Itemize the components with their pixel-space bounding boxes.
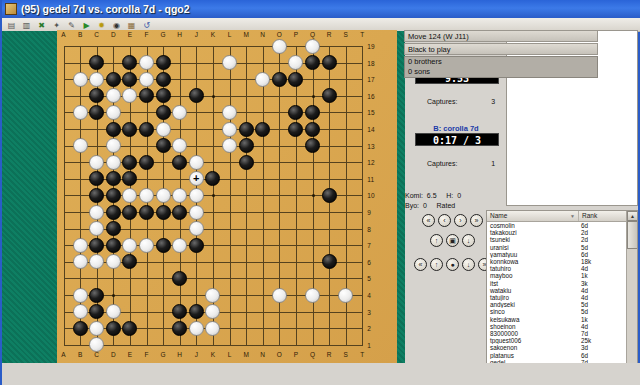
black-stone [122, 171, 137, 186]
white-stone [338, 288, 353, 303]
nav-row-3: «↑●↓» [414, 258, 491, 271]
white-stone [139, 55, 154, 70]
nav-button-row3-1[interactable]: ↑ [430, 258, 443, 271]
player-name: takakouzi [487, 229, 578, 236]
board-coordinate: Q [307, 31, 319, 38]
player-rank: 6d [578, 352, 627, 359]
white-stone [73, 254, 88, 269]
black-stone [106, 221, 121, 236]
board-coordinate: R [323, 31, 335, 38]
black-stone [106, 171, 121, 186]
white-stone [106, 304, 121, 319]
black-stone [89, 55, 104, 70]
player-rank: 18k [578, 258, 627, 265]
black-stone [156, 72, 171, 87]
white-stone [139, 238, 154, 253]
board-coordinate: P [290, 351, 302, 358]
column-name[interactable]: Name ▼ [487, 211, 579, 221]
grid-line [64, 278, 364, 279]
hoshi-point [312, 95, 315, 98]
black-stone [156, 238, 171, 253]
black-stone [122, 55, 137, 70]
white-stone [189, 205, 204, 220]
board-coordinate: O [273, 351, 285, 358]
player-row[interactable]: platanus6d [487, 352, 627, 359]
player-rank: 5d [578, 301, 627, 308]
black-stone [106, 72, 121, 87]
hoshi-point [212, 194, 215, 197]
board-coordinate: H [174, 31, 186, 38]
black-stone [189, 304, 204, 319]
white-stone [73, 72, 88, 87]
board-coordinate: 3 [367, 309, 379, 316]
player-row[interactable]: keisukawa1k [487, 316, 627, 323]
white-stone [222, 105, 237, 120]
black-stone [305, 122, 320, 137]
player-rank: 1k [578, 316, 627, 323]
variation-info: 0 brothers 0 sons [404, 56, 598, 78]
board-coordinate: G [157, 31, 169, 38]
black-stone [305, 105, 320, 120]
player-rank: 5d [578, 308, 627, 315]
scroll-up-icon[interactable]: ▲ [627, 211, 638, 221]
white-stone [156, 122, 171, 137]
player-name: andyseki [487, 301, 578, 308]
observe-icon[interactable]: ◉ [110, 19, 123, 30]
board-coordinate: Q [307, 351, 319, 358]
status-bar: 124 [2, 363, 640, 385]
white-stone [222, 122, 237, 137]
black-stone [139, 155, 154, 170]
board-coordinate: 1 [367, 342, 379, 349]
white-stone [89, 72, 104, 87]
black-stone [322, 254, 337, 269]
grid-line [263, 46, 264, 346]
player-row[interactable]: sinco5d [487, 308, 627, 315]
black-stone [305, 138, 320, 153]
player-row[interactable]: takakouzi2d [487, 229, 627, 236]
player-name: tsuneki [487, 236, 578, 243]
annotate-icon[interactable]: ✎ [65, 19, 78, 30]
black-stone [73, 321, 88, 336]
white-stone [139, 188, 154, 203]
player-row[interactable]: andyseki5d [487, 301, 627, 308]
black-stone [156, 55, 171, 70]
player-name: yamatyuu [487, 251, 578, 258]
go-board[interactable]: AABBCCDDEEFFGGHHJJKKLLMMNNOOPPQQRRSSTT19… [57, 30, 397, 363]
player-list-scrollbar[interactable]: ▲ ▼ [626, 211, 637, 374]
player-name: uranisi [487, 244, 578, 251]
black-stone [239, 155, 254, 170]
black-stone [255, 122, 270, 137]
board-coordinate: 18 [367, 60, 379, 67]
save-as-icon[interactable]: ▥ [20, 19, 33, 30]
player-name: sinco [487, 308, 578, 315]
hoshi-point [112, 294, 115, 297]
white-stone [106, 138, 121, 153]
player-rank: 5d [578, 244, 627, 251]
board-coordinate: 13 [367, 143, 379, 150]
black-stone [239, 122, 254, 137]
move-info: Move 124 (W J11) [404, 30, 598, 42]
black-stone [322, 188, 337, 203]
player-rank: 1k [578, 272, 627, 279]
black-stone [122, 122, 137, 137]
black-stone [89, 288, 104, 303]
player-row[interactable]: tatuhiro4d [487, 265, 627, 272]
white-stone [205, 304, 220, 319]
black-stone [288, 122, 303, 137]
black-stone [139, 205, 154, 220]
komi-line: Komi: 6.5 H: 0 [405, 192, 461, 199]
player-list: Name ▼ Rank ▲ ▼ cosmolin6dtakakouzi2dtsu… [486, 210, 638, 375]
player-name: tpguest006 [487, 337, 578, 344]
board-coordinate: P [290, 31, 302, 38]
white-stone [189, 155, 204, 170]
board-coordinate: 19 [367, 43, 379, 50]
board-coordinate: O [273, 31, 285, 38]
board-coordinate: 9 [367, 209, 379, 216]
board-coordinate: S [340, 351, 352, 358]
nav-button-row3-0[interactable]: « [414, 258, 427, 271]
board-coordinate: 4 [367, 292, 379, 299]
board-coordinate: N [257, 31, 269, 38]
white-stone [305, 288, 320, 303]
board-coordinate: T [356, 31, 368, 38]
black-stone [172, 205, 187, 220]
player-name: itst [487, 280, 578, 287]
white-stone [172, 238, 187, 253]
player-row[interactable]: tpguest00625k [487, 337, 627, 344]
white-stone [89, 155, 104, 170]
player-row[interactable]: konnkowa18k [487, 258, 627, 265]
window-title: (95) gedel 7d vs. corolla 7d - qgo2 [21, 3, 190, 15]
turn-info: Black to play [404, 43, 598, 55]
byo-line: Byo: 0 Rated [405, 202, 455, 209]
player-name: keisukawa [487, 316, 578, 323]
player-rank: 7d [578, 330, 627, 337]
white-stone [139, 72, 154, 87]
black-stone [89, 88, 104, 103]
brothers-label: 0 brothers [408, 57, 597, 67]
black-stone [106, 238, 121, 253]
sons-label: 0 sons [408, 67, 597, 77]
grid-line [296, 46, 297, 346]
black-stone [322, 88, 337, 103]
board-coordinate: 6 [367, 259, 379, 266]
board-coordinate: D [107, 351, 119, 358]
white-stone [189, 188, 204, 203]
board-coordinate: 7 [367, 242, 379, 249]
player-rank: 4d [578, 294, 627, 301]
white-stone [122, 88, 137, 103]
player-rank: 6d [578, 251, 627, 258]
board-coordinate: 12 [367, 159, 379, 166]
black-stone [156, 138, 171, 153]
save-icon[interactable]: ▤ [5, 19, 18, 30]
board-coordinate: C [91, 31, 103, 38]
white-stone [106, 155, 121, 170]
board-coordinate: G [157, 351, 169, 358]
black-stone [122, 254, 137, 269]
white-captures: Captures:3 [427, 98, 495, 105]
black-stone [156, 88, 171, 103]
black-stone [189, 238, 204, 253]
black-stone [89, 238, 104, 253]
white-stone [106, 254, 121, 269]
board-coordinate: N [257, 351, 269, 358]
white-stone [73, 288, 88, 303]
grid-line [230, 46, 231, 346]
board-coordinate: 11 [367, 176, 379, 183]
edit-icon[interactable]: ✦ [50, 19, 63, 30]
white-stone [205, 288, 220, 303]
nav-row-2: ↑▣↓ [430, 234, 475, 247]
player-row[interactable]: yamatyuu6d [487, 251, 627, 258]
white-stone [172, 105, 187, 120]
player-rank: 6d [578, 222, 627, 229]
player-rank: 25k [578, 337, 627, 344]
board-coordinate: 15 [367, 109, 379, 116]
board-coordinate: K [207, 31, 219, 38]
board-coordinate: H [174, 351, 186, 358]
white-stone [73, 238, 88, 253]
board-coordinate: R [323, 351, 335, 358]
white-stone [222, 55, 237, 70]
white-stone [73, 105, 88, 120]
refresh-icon[interactable]: ↺ [140, 19, 153, 30]
white-stone [89, 321, 104, 336]
board-coordinate: E [124, 351, 136, 358]
app-icon [5, 3, 17, 15]
black-stone [156, 105, 171, 120]
title-bar[interactable]: (95) gedel 7d vs. corolla 7d - qgo2 [2, 0, 640, 18]
board-coordinate: 17 [367, 76, 379, 83]
player-name: tatuhiro [487, 265, 578, 272]
nav-button-row2-0[interactable]: ↑ [430, 234, 443, 247]
board-coordinate: A [58, 351, 70, 358]
black-stone [172, 271, 187, 286]
white-stone [122, 238, 137, 253]
nav-button-row1-3[interactable]: » [470, 214, 483, 227]
scroll-thumb[interactable] [627, 221, 638, 249]
board-coordinate: 16 [367, 93, 379, 100]
white-stone [156, 188, 171, 203]
black-stone [172, 304, 187, 319]
black-stone [172, 321, 187, 336]
player-rank: 2d [578, 236, 627, 243]
board-coordinate: J [190, 31, 202, 38]
column-rank[interactable]: Rank [579, 211, 627, 221]
board-coordinate: L [224, 351, 236, 358]
board-coordinate: 10 [367, 192, 379, 199]
player-row[interactable]: uranisi5d [487, 244, 627, 251]
board-coordinate: 2 [367, 325, 379, 332]
last-move-marker: + [189, 171, 204, 186]
player-row[interactable]: tatujiro4d [487, 294, 627, 301]
nav-button-row1-2[interactable]: › [454, 214, 467, 227]
white-stone [288, 55, 303, 70]
black-stone [122, 72, 137, 87]
black-stone [122, 155, 137, 170]
board-coordinate: L [224, 31, 236, 38]
grid-line [362, 46, 363, 346]
board-coordinate: F [141, 31, 153, 38]
hint-icon[interactable]: ✹ [95, 19, 108, 30]
black-stone [272, 72, 287, 87]
black-stone [156, 205, 171, 220]
black-stone [89, 105, 104, 120]
player-row[interactable]: watakiu4d [487, 287, 627, 294]
white-stone [106, 88, 121, 103]
white-stone [205, 321, 220, 336]
black-clock: 0:17 / 3 [415, 133, 499, 146]
white-stone [73, 138, 88, 153]
player-name: cosmolin [487, 222, 578, 229]
black-stone [106, 321, 121, 336]
play-icon[interactable]: ▶ [80, 19, 93, 30]
black-stone [89, 188, 104, 203]
nav-row-1: «‹›» [422, 214, 483, 227]
black-stone [106, 122, 121, 137]
black-stone [288, 105, 303, 120]
board-coordinate: F [141, 351, 153, 358]
black-stone [322, 55, 337, 70]
board-coordinate: B [74, 351, 86, 358]
player-name: 83000000 [487, 330, 578, 337]
nav-button-row2-2[interactable]: ↓ [462, 234, 475, 247]
board-coordinate: A [58, 31, 70, 38]
black-stone [205, 171, 220, 186]
close-game-icon[interactable]: ✖ [35, 19, 48, 30]
player-rank: 3k [578, 280, 627, 287]
black-stone [139, 122, 154, 137]
board-coordinate: 14 [367, 126, 379, 133]
white-stone [89, 205, 104, 220]
board-coordinate: 8 [367, 226, 379, 233]
nav-button-row1-0[interactable]: « [422, 214, 435, 227]
player-name: platanus [487, 352, 578, 359]
player-rank: 2d [578, 229, 627, 236]
black-stone [239, 138, 254, 153]
white-stone [189, 321, 204, 336]
board-coordinate: M [240, 351, 252, 358]
black-stone [288, 72, 303, 87]
player-name: mayboo [487, 272, 578, 279]
sort-arrow-icon: ▼ [570, 211, 575, 221]
white-stone [255, 72, 270, 87]
grid-line [64, 345, 364, 346]
white-stone [73, 304, 88, 319]
black-captures: Captures:1 [427, 160, 495, 167]
board-coordinate: J [190, 351, 202, 358]
board-coordinate: E [124, 31, 136, 38]
hoshi-point [212, 95, 215, 98]
board-coordinate: M [240, 31, 252, 38]
white-stone [272, 288, 287, 303]
black-stone [122, 321, 137, 336]
board-coordinate: T [356, 351, 368, 358]
nav-button-row2-1[interactable]: ▣ [446, 234, 459, 247]
player-row[interactable]: cosmolin6d [487, 222, 627, 229]
white-stone [172, 188, 187, 203]
white-stone [89, 221, 104, 236]
player-name: konnkowa [487, 258, 578, 265]
player-rank: 4d [578, 265, 627, 272]
black-stone [89, 171, 104, 186]
white-stone [106, 105, 121, 120]
white-stone [272, 39, 287, 54]
player-row[interactable]: 830000007d [487, 330, 627, 337]
nav-button-row3-3[interactable]: ↓ [462, 258, 475, 271]
white-stone [222, 138, 237, 153]
black-stone [172, 155, 187, 170]
player-name: tatujiro [487, 294, 578, 301]
board-coordinate: D [107, 31, 119, 38]
white-stone [89, 254, 104, 269]
white-stone [172, 138, 187, 153]
player-row[interactable]: mayboo1k [487, 272, 627, 279]
player-row[interactable]: tsuneki2d [487, 236, 627, 243]
black-stone [122, 205, 137, 220]
player-list-header[interactable]: Name ▼ Rank [487, 211, 627, 222]
player-name: sakoenon [487, 344, 578, 351]
black-stone [106, 188, 121, 203]
player-rank: 4d [578, 287, 627, 294]
player-row[interactable]: shoeinon4d [487, 323, 627, 330]
grid-line [246, 46, 247, 346]
black-stone [106, 205, 121, 220]
nav-button-row3-2[interactable]: ● [446, 258, 459, 271]
pattern-icon[interactable]: ▦ [125, 19, 138, 30]
player-rank: 3d [578, 344, 627, 351]
black-player-label: B: corolla 7d [410, 124, 502, 133]
black-stone [305, 55, 320, 70]
board-coordinate: B [74, 31, 86, 38]
player-name: watakiu [487, 287, 578, 294]
white-stone [189, 221, 204, 236]
board-coordinate: 5 [367, 275, 379, 282]
player-row[interactable]: itst3k [487, 280, 627, 287]
nav-button-row1-1[interactable]: ‹ [438, 214, 451, 227]
player-row[interactable]: sakoenon3d [487, 344, 627, 351]
player-rank: 4d [578, 323, 627, 330]
board-coordinate: S [340, 31, 352, 38]
board-coordinate: K [207, 351, 219, 358]
white-stone [122, 188, 137, 203]
black-stone [89, 304, 104, 319]
black-stone [189, 88, 204, 103]
player-name: shoeinon [487, 323, 578, 330]
white-stone [305, 39, 320, 54]
app-window: (95) gedel 7d vs. corolla 7d - qgo2 ▤▥✖✦… [0, 0, 640, 385]
black-stone [139, 88, 154, 103]
